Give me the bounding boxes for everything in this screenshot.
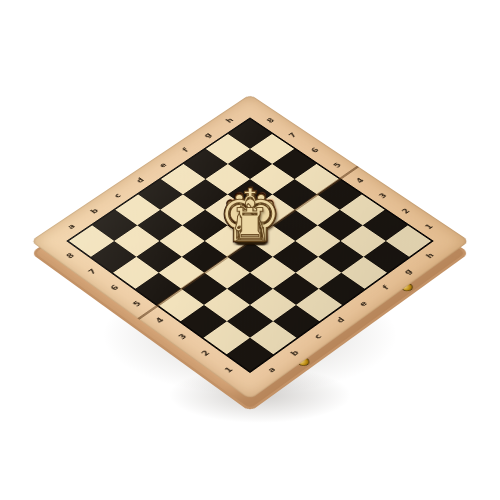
file-label-bottom-d: d	[332, 314, 350, 327]
file-label-top-b: b	[86, 205, 104, 217]
file-label-bottom-g: g	[399, 265, 417, 278]
board-frame: 11aa22bb33cc44dd55ee66ff77gg88hh	[31, 94, 470, 399]
board-grid	[66, 117, 434, 373]
file-label-top-h: h	[221, 114, 238, 126]
rank-label-left-8: 8	[61, 249, 79, 261]
rank-label-right-6: 6	[306, 144, 323, 156]
file-label-bottom-b: b	[286, 346, 304, 359]
rank-label-left-1: 1	[219, 363, 237, 376]
rank-label-left-3: 3	[173, 330, 191, 343]
file-label-top-a: a	[62, 220, 80, 232]
rank-label-right-8: 8	[262, 114, 279, 126]
rank-label-left-7: 7	[83, 265, 101, 278]
file-label-bottom-c: c	[309, 330, 327, 343]
file-label-bottom-a: a	[262, 363, 280, 376]
file-label-top-e: e	[154, 159, 172, 171]
rank-label-left-6: 6	[105, 281, 123, 294]
rank-label-left-4: 4	[150, 314, 168, 327]
rank-label-left-5: 5	[128, 297, 146, 310]
rank-label-right-4: 4	[351, 174, 369, 186]
rank-label-right-3: 3	[374, 190, 392, 202]
rank-label-right-7: 7	[284, 129, 301, 141]
chessboard: 11aa22bb33cc44dd55ee66ff77gg88hh	[31, 94, 470, 399]
rank-label-right-1: 1	[420, 220, 438, 232]
file-label-top-f: f	[177, 144, 194, 156]
file-label-bottom-f: f	[377, 281, 395, 294]
file-label-top-g: g	[199, 129, 216, 141]
rank-label-right-2: 2	[397, 205, 415, 217]
rank-label-right-5: 5	[328, 159, 345, 171]
product-photo-stage: 11aa22bb33cc44dd55ee66ff77gg88hh ♜♞♝♛♚♝♞…	[0, 0, 500, 500]
file-label-top-c: c	[109, 190, 127, 202]
file-label-bottom-e: e	[354, 297, 372, 310]
file-label-bottom-h: h	[421, 249, 439, 261]
rank-label-left-2: 2	[196, 346, 214, 359]
chessboard-wrap: 11aa22bb33cc44dd55ee66ff77gg88hh	[90, 81, 410, 401]
file-label-top-d: d	[132, 174, 150, 186]
